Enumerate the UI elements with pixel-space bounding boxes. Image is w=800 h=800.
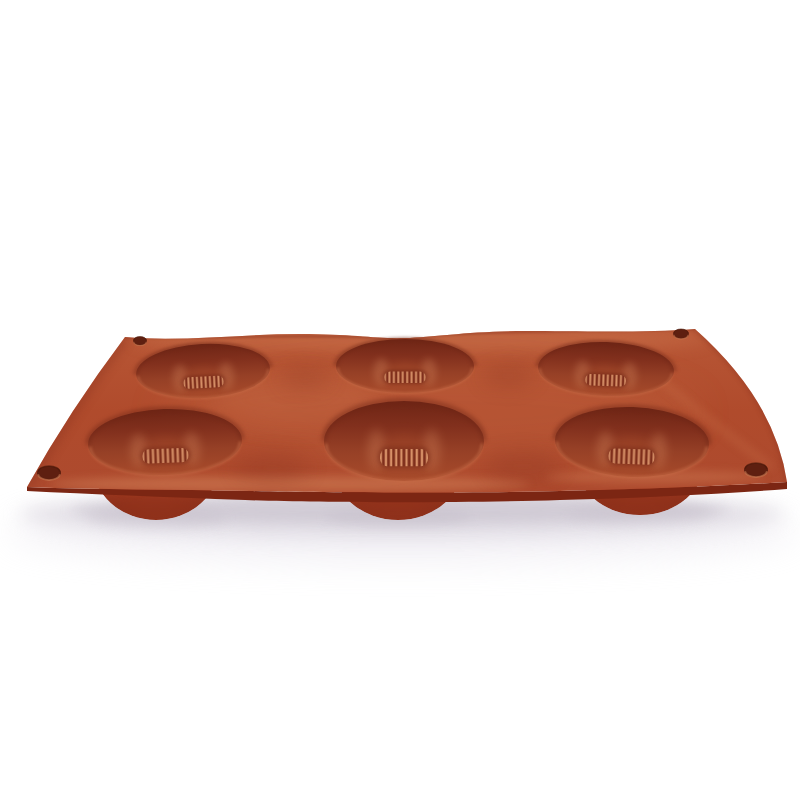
mold-cavities <box>87 339 710 481</box>
corner-hole-back-right <box>673 329 689 339</box>
corner-hole-front-right <box>744 463 768 477</box>
shade-between-cavities-2 <box>485 452 561 480</box>
shade-between-cavities-1 <box>234 454 310 482</box>
shade-between-cavities-3 <box>279 367 331 389</box>
corner-hole-back-left <box>133 337 147 346</box>
product-photo <box>0 0 800 800</box>
mold-photo-canvas <box>0 0 800 800</box>
corner-hole-front-left <box>37 466 61 480</box>
shade-between-cavities-4 <box>482 365 534 387</box>
mold-cavity-front-center <box>324 401 484 481</box>
mold-cavity-back-center <box>336 339 474 393</box>
